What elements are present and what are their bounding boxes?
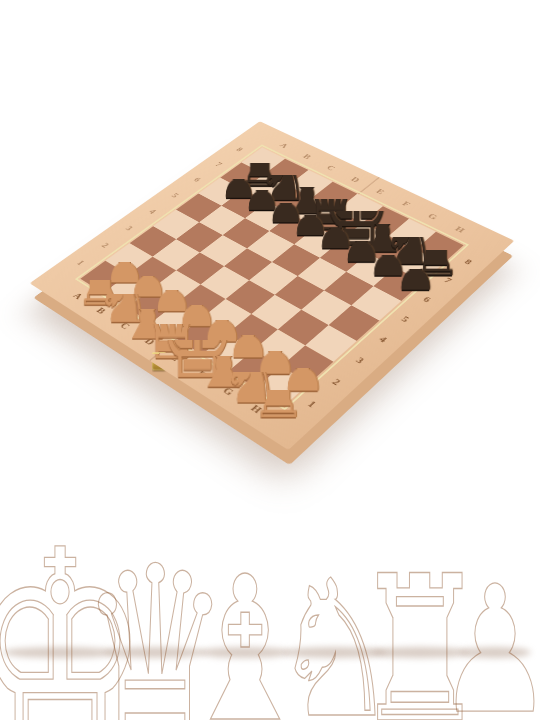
square-g4[interactable] [301,290,351,325]
piece-lineup: ♚♛♝♞♜♟ [0,450,540,720]
board-scene: ABCDEFGH ABCDEFGH 87654321 87654321 ♜♞♝♛… [0,0,540,450]
square-h7[interactable]: ♟ [395,249,444,281]
file-label: A [59,283,99,310]
chess-board: ABCDEFGH ABCDEFGH 87654321 87654321 ♜♞♝♛… [30,121,515,450]
